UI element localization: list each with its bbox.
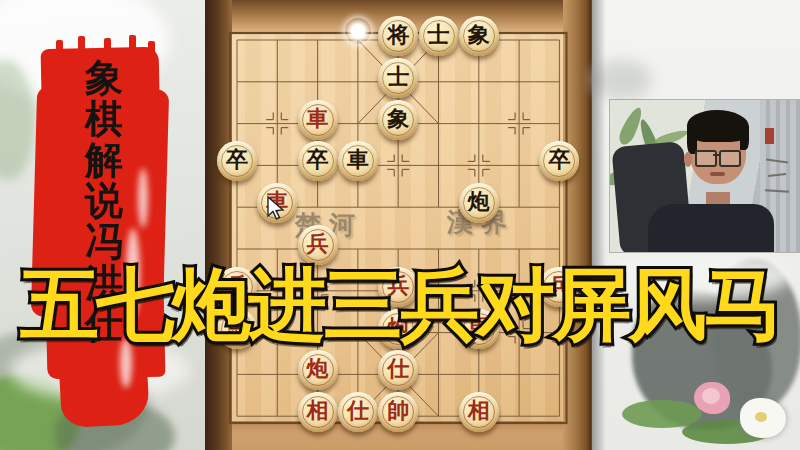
banner-text: 五七炮进三兵对屏风马 xyxy=(20,253,780,359)
board-wood-right xyxy=(563,0,592,450)
piece-black-象[interactable]: 象 xyxy=(459,16,499,56)
glasses-bridge xyxy=(713,154,720,156)
piece-red-相[interactable]: 相 xyxy=(298,392,338,432)
piece-black-象[interactable]: 象 xyxy=(378,100,418,140)
glasses-right-lens xyxy=(719,150,741,167)
mouse-cursor-icon[interactable] xyxy=(266,196,286,222)
piece-black-士[interactable]: 士 xyxy=(378,58,418,98)
piece-red-車[interactable]: 車 xyxy=(298,100,338,140)
webcam-video xyxy=(610,100,800,252)
webcam-red-tag xyxy=(765,128,774,144)
lotus-pink-inner xyxy=(702,388,720,404)
person-ear xyxy=(684,152,692,167)
glasses-left-lens xyxy=(695,150,717,167)
board-wood-left xyxy=(205,0,232,450)
channel-seal: 象棋解说冯洪仕 xyxy=(34,48,174,430)
piece-black-卒[interactable]: 卒 xyxy=(298,141,338,181)
title-banner: 五七炮进三兵对屏风马 xyxy=(0,256,800,356)
lily-pad-1 xyxy=(622,400,702,428)
piece-red-仕[interactable]: 仕 xyxy=(338,392,378,432)
person-jacket xyxy=(648,204,774,252)
lotus-white-center xyxy=(755,412,767,422)
person-mouth xyxy=(710,172,725,176)
last-move-highlight xyxy=(345,18,371,44)
piece-black-将[interactable]: 将 xyxy=(378,16,418,56)
piece-red-相[interactable]: 相 xyxy=(459,392,499,432)
piece-black-士[interactable]: 士 xyxy=(419,16,459,56)
board-edge-shadow xyxy=(592,0,606,450)
piece-black-炮[interactable]: 炮 xyxy=(459,183,499,223)
person-hair-side xyxy=(740,126,749,150)
